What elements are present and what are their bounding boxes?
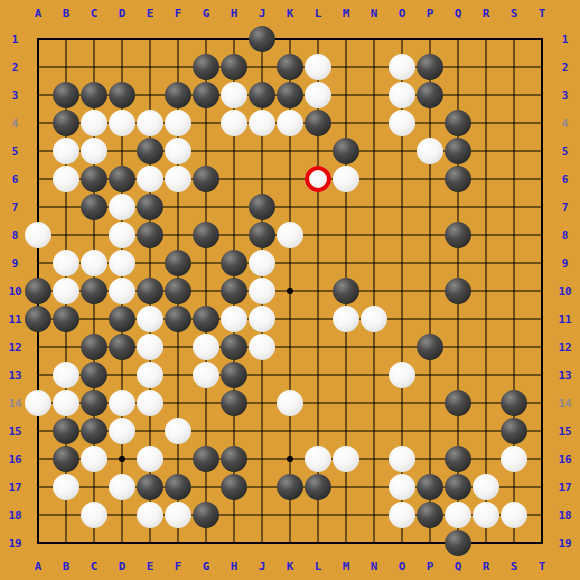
col-label-top-T: T: [531, 7, 553, 20]
stone-black-C14[interactable]: [81, 390, 107, 416]
stone-black-G3[interactable]: [193, 82, 219, 108]
stone-white-H3[interactable]: [221, 82, 247, 108]
row-label-left-10: 10: [4, 285, 26, 298]
row-label-left-8: 8: [4, 229, 26, 242]
row-label-left-4: 4: [4, 117, 26, 130]
stone-black-B15[interactable]: [53, 418, 79, 444]
col-label-bottom-O: O: [391, 560, 413, 573]
col-label-bottom-J: J: [251, 560, 273, 573]
row-label-left-1: 1: [4, 33, 26, 46]
stone-white-L3[interactable]: [305, 82, 331, 108]
stone-white-D17[interactable]: [109, 474, 135, 500]
stone-black-D3[interactable]: [109, 82, 135, 108]
stone-white-O3[interactable]: [389, 82, 415, 108]
stone-black-F9[interactable]: [165, 250, 191, 276]
row-label-right-19: 19: [554, 537, 576, 550]
stone-white-E4[interactable]: [137, 110, 163, 136]
col-label-bottom-B: B: [55, 560, 77, 573]
go-board[interactable]: AABBCCDDEEFFGGHHJJKKLLMMNNOOPPQQRRSSTT11…: [0, 0, 580, 580]
stone-white-J12[interactable]: [249, 334, 275, 360]
row-label-right-1: 1: [554, 33, 576, 46]
col-label-bottom-Q: Q: [447, 560, 469, 573]
col-label-bottom-C: C: [83, 560, 105, 573]
stone-white-C18[interactable]: [81, 502, 107, 528]
stone-black-H12[interactable]: [221, 334, 247, 360]
row-label-right-16: 16: [554, 453, 576, 466]
row-label-right-8: 8: [554, 229, 576, 242]
stone-black-M10[interactable]: [333, 278, 359, 304]
row-label-right-13: 13: [554, 369, 576, 382]
row-label-left-14: 14: [4, 397, 26, 410]
stone-white-O2[interactable]: [389, 54, 415, 80]
stone-white-D7[interactable]: [109, 194, 135, 220]
stone-black-C10[interactable]: [81, 278, 107, 304]
stone-black-B16[interactable]: [53, 446, 79, 472]
stone-white-E13[interactable]: [137, 362, 163, 388]
stone-black-P17[interactable]: [417, 474, 443, 500]
row-label-left-18: 18: [4, 509, 26, 522]
row-label-left-6: 6: [4, 173, 26, 186]
stone-white-O13[interactable]: [389, 362, 415, 388]
stone-white-F18[interactable]: [165, 502, 191, 528]
stone-white-O17[interactable]: [389, 474, 415, 500]
col-label-top-G: G: [195, 7, 217, 20]
stone-white-D9[interactable]: [109, 250, 135, 276]
stone-black-Q16[interactable]: [445, 446, 471, 472]
stone-black-G8[interactable]: [193, 222, 219, 248]
stone-black-B11[interactable]: [53, 306, 79, 332]
col-label-bottom-A: A: [27, 560, 49, 573]
col-label-top-H: H: [223, 7, 245, 20]
stone-white-D8[interactable]: [109, 222, 135, 248]
stone-black-H13[interactable]: [221, 362, 247, 388]
stone-white-L16[interactable]: [305, 446, 331, 472]
row-label-left-11: 11: [4, 313, 26, 326]
stone-white-B13[interactable]: [53, 362, 79, 388]
stone-white-C16[interactable]: [81, 446, 107, 472]
stone-black-M5[interactable]: [333, 138, 359, 164]
stone-black-H2[interactable]: [221, 54, 247, 80]
row-label-left-5: 5: [4, 145, 26, 158]
stone-white-A14[interactable]: [25, 390, 51, 416]
stone-black-L4[interactable]: [305, 110, 331, 136]
col-label-top-B: B: [55, 7, 77, 20]
stone-black-P2[interactable]: [417, 54, 443, 80]
stone-white-E12[interactable]: [137, 334, 163, 360]
stone-black-Q8[interactable]: [445, 222, 471, 248]
row-label-left-15: 15: [4, 425, 26, 438]
stone-white-S16[interactable]: [501, 446, 527, 472]
stone-black-G2[interactable]: [193, 54, 219, 80]
stone-black-H16[interactable]: [221, 446, 247, 472]
stone-black-C12[interactable]: [81, 334, 107, 360]
stone-white-O16[interactable]: [389, 446, 415, 472]
stone-black-H10[interactable]: [221, 278, 247, 304]
col-label-top-D: D: [111, 7, 133, 20]
stone-black-B4[interactable]: [53, 110, 79, 136]
col-label-bottom-L: L: [307, 560, 329, 573]
stone-white-K4[interactable]: [277, 110, 303, 136]
star-point-D16: [119, 456, 125, 462]
row-label-right-4: 4: [554, 117, 576, 130]
row-label-right-9: 9: [554, 257, 576, 270]
stone-white-H4[interactable]: [221, 110, 247, 136]
col-label-top-R: R: [475, 7, 497, 20]
col-label-bottom-K: K: [279, 560, 301, 573]
stone-black-G16[interactable]: [193, 446, 219, 472]
stone-black-C15[interactable]: [81, 418, 107, 444]
row-label-left-16: 16: [4, 453, 26, 466]
stone-black-F10[interactable]: [165, 278, 191, 304]
row-label-left-13: 13: [4, 369, 26, 382]
stone-white-J11[interactable]: [249, 306, 275, 332]
col-label-top-L: L: [307, 7, 329, 20]
stone-white-D4[interactable]: [109, 110, 135, 136]
stone-black-K3[interactable]: [277, 82, 303, 108]
stone-white-B9[interactable]: [53, 250, 79, 276]
row-label-left-17: 17: [4, 481, 26, 494]
row-label-right-2: 2: [554, 61, 576, 74]
stone-black-Q6[interactable]: [445, 166, 471, 192]
stone-white-B6[interactable]: [53, 166, 79, 192]
stone-white-M16[interactable]: [333, 446, 359, 472]
stone-white-J4[interactable]: [249, 110, 275, 136]
star-point-K10: [287, 288, 293, 294]
stone-white-B14[interactable]: [53, 390, 79, 416]
stone-black-D11[interactable]: [109, 306, 135, 332]
stone-black-P3[interactable]: [417, 82, 443, 108]
col-label-top-A: A: [27, 7, 49, 20]
stone-black-E7[interactable]: [137, 194, 163, 220]
stone-black-K17[interactable]: [277, 474, 303, 500]
stone-black-S14[interactable]: [501, 390, 527, 416]
stone-black-G6[interactable]: [193, 166, 219, 192]
col-label-bottom-N: N: [363, 560, 385, 573]
stone-white-R17[interactable]: [473, 474, 499, 500]
stone-white-P5[interactable]: [417, 138, 443, 164]
row-label-right-11: 11: [554, 313, 576, 326]
stone-black-Q4[interactable]: [445, 110, 471, 136]
row-label-right-5: 5: [554, 145, 576, 158]
stone-white-A8[interactable]: [25, 222, 51, 248]
stone-black-E10[interactable]: [137, 278, 163, 304]
stone-white-F5[interactable]: [165, 138, 191, 164]
stone-white-F4[interactable]: [165, 110, 191, 136]
stone-black-E8[interactable]: [137, 222, 163, 248]
row-label-left-19: 19: [4, 537, 26, 550]
stone-black-G11[interactable]: [193, 306, 219, 332]
row-label-right-3: 3: [554, 89, 576, 102]
stone-black-J1[interactable]: [249, 26, 275, 52]
col-label-top-C: C: [83, 7, 105, 20]
stone-white-E14[interactable]: [137, 390, 163, 416]
stone-black-H9[interactable]: [221, 250, 247, 276]
stone-white-D10[interactable]: [109, 278, 135, 304]
col-label-bottom-E: E: [139, 560, 161, 573]
stone-black-F11[interactable]: [165, 306, 191, 332]
stone-white-K14[interactable]: [277, 390, 303, 416]
stone-black-J7[interactable]: [249, 194, 275, 220]
stone-black-A10[interactable]: [25, 278, 51, 304]
stone-black-Q14[interactable]: [445, 390, 471, 416]
stone-black-C7[interactable]: [81, 194, 107, 220]
stone-black-E17[interactable]: [137, 474, 163, 500]
row-label-left-12: 12: [4, 341, 26, 354]
stone-white-R18[interactable]: [473, 502, 499, 528]
stone-black-J3[interactable]: [249, 82, 275, 108]
stone-black-Q10[interactable]: [445, 278, 471, 304]
stone-black-P18[interactable]: [417, 502, 443, 528]
row-label-right-15: 15: [554, 425, 576, 438]
col-label-top-E: E: [139, 7, 161, 20]
stone-black-A11[interactable]: [25, 306, 51, 332]
stone-black-D6[interactable]: [109, 166, 135, 192]
stone-white-S18[interactable]: [501, 502, 527, 528]
row-label-left-2: 2: [4, 61, 26, 74]
stone-white-B5[interactable]: [53, 138, 79, 164]
col-label-top-J: J: [251, 7, 273, 20]
stone-black-P12[interactable]: [417, 334, 443, 360]
col-label-bottom-G: G: [195, 560, 217, 573]
stone-black-D12[interactable]: [109, 334, 135, 360]
stone-white-B10[interactable]: [53, 278, 79, 304]
stone-black-C3[interactable]: [81, 82, 107, 108]
col-label-bottom-M: M: [335, 560, 357, 573]
stone-white-F6[interactable]: [165, 166, 191, 192]
stone-white-G13[interactable]: [193, 362, 219, 388]
stone-white-O4[interactable]: [389, 110, 415, 136]
stone-black-Q17[interactable]: [445, 474, 471, 500]
stone-white-O18[interactable]: [389, 502, 415, 528]
stone-black-J8[interactable]: [249, 222, 275, 248]
col-label-bottom-P: P: [419, 560, 441, 573]
stone-black-B3[interactable]: [53, 82, 79, 108]
col-label-top-Q: Q: [447, 7, 469, 20]
row-label-right-6: 6: [554, 173, 576, 186]
row-label-right-7: 7: [554, 201, 576, 214]
stone-white-D14[interactable]: [109, 390, 135, 416]
stone-black-C13[interactable]: [81, 362, 107, 388]
col-label-bottom-F: F: [167, 560, 189, 573]
last-move-marker: [305, 166, 331, 192]
col-label-top-O: O: [391, 7, 413, 20]
stone-black-C6[interactable]: [81, 166, 107, 192]
stone-white-J10[interactable]: [249, 278, 275, 304]
row-label-right-14: 14: [554, 397, 576, 410]
col-label-top-P: P: [419, 7, 441, 20]
stone-white-L2[interactable]: [305, 54, 331, 80]
stone-white-J9[interactable]: [249, 250, 275, 276]
col-label-top-M: M: [335, 7, 357, 20]
row-label-right-12: 12: [554, 341, 576, 354]
row-label-right-17: 17: [554, 481, 576, 494]
stone-white-E6[interactable]: [137, 166, 163, 192]
col-label-bottom-H: H: [223, 560, 245, 573]
stone-white-B17[interactable]: [53, 474, 79, 500]
stone-black-H14[interactable]: [221, 390, 247, 416]
stone-white-H11[interactable]: [221, 306, 247, 332]
row-label-right-10: 10: [554, 285, 576, 298]
stone-black-Q19[interactable]: [445, 530, 471, 556]
star-point-K16: [287, 456, 293, 462]
stone-white-N11[interactable]: [361, 306, 387, 332]
stone-black-F3[interactable]: [165, 82, 191, 108]
stone-white-F15[interactable]: [165, 418, 191, 444]
row-label-left-9: 9: [4, 257, 26, 270]
stone-white-E18[interactable]: [137, 502, 163, 528]
stone-black-G18[interactable]: [193, 502, 219, 528]
stone-white-K8[interactable]: [277, 222, 303, 248]
stone-white-E16[interactable]: [137, 446, 163, 472]
row-label-right-18: 18: [554, 509, 576, 522]
stone-black-Q5[interactable]: [445, 138, 471, 164]
stone-black-F17[interactable]: [165, 474, 191, 500]
stone-white-M11[interactable]: [333, 306, 359, 332]
stone-black-L17[interactable]: [305, 474, 331, 500]
stone-white-E11[interactable]: [137, 306, 163, 332]
stone-white-M6[interactable]: [333, 166, 359, 192]
col-label-top-S: S: [503, 7, 525, 20]
stone-black-E5[interactable]: [137, 138, 163, 164]
col-label-top-K: K: [279, 7, 301, 20]
col-label-bottom-R: R: [475, 560, 497, 573]
stone-black-K2[interactable]: [277, 54, 303, 80]
stone-white-Q18[interactable]: [445, 502, 471, 528]
row-label-left-7: 7: [4, 201, 26, 214]
stone-black-S15[interactable]: [501, 418, 527, 444]
col-label-top-N: N: [363, 7, 385, 20]
stone-white-C4[interactable]: [81, 110, 107, 136]
row-label-left-3: 3: [4, 89, 26, 102]
stone-white-C9[interactable]: [81, 250, 107, 276]
col-label-bottom-D: D: [111, 560, 133, 573]
col-label-bottom-T: T: [531, 560, 553, 573]
stone-white-G12[interactable]: [193, 334, 219, 360]
col-label-bottom-S: S: [503, 560, 525, 573]
stone-black-H17[interactable]: [221, 474, 247, 500]
stone-white-D15[interactable]: [109, 418, 135, 444]
col-label-top-F: F: [167, 7, 189, 20]
stone-white-C5[interactable]: [81, 138, 107, 164]
